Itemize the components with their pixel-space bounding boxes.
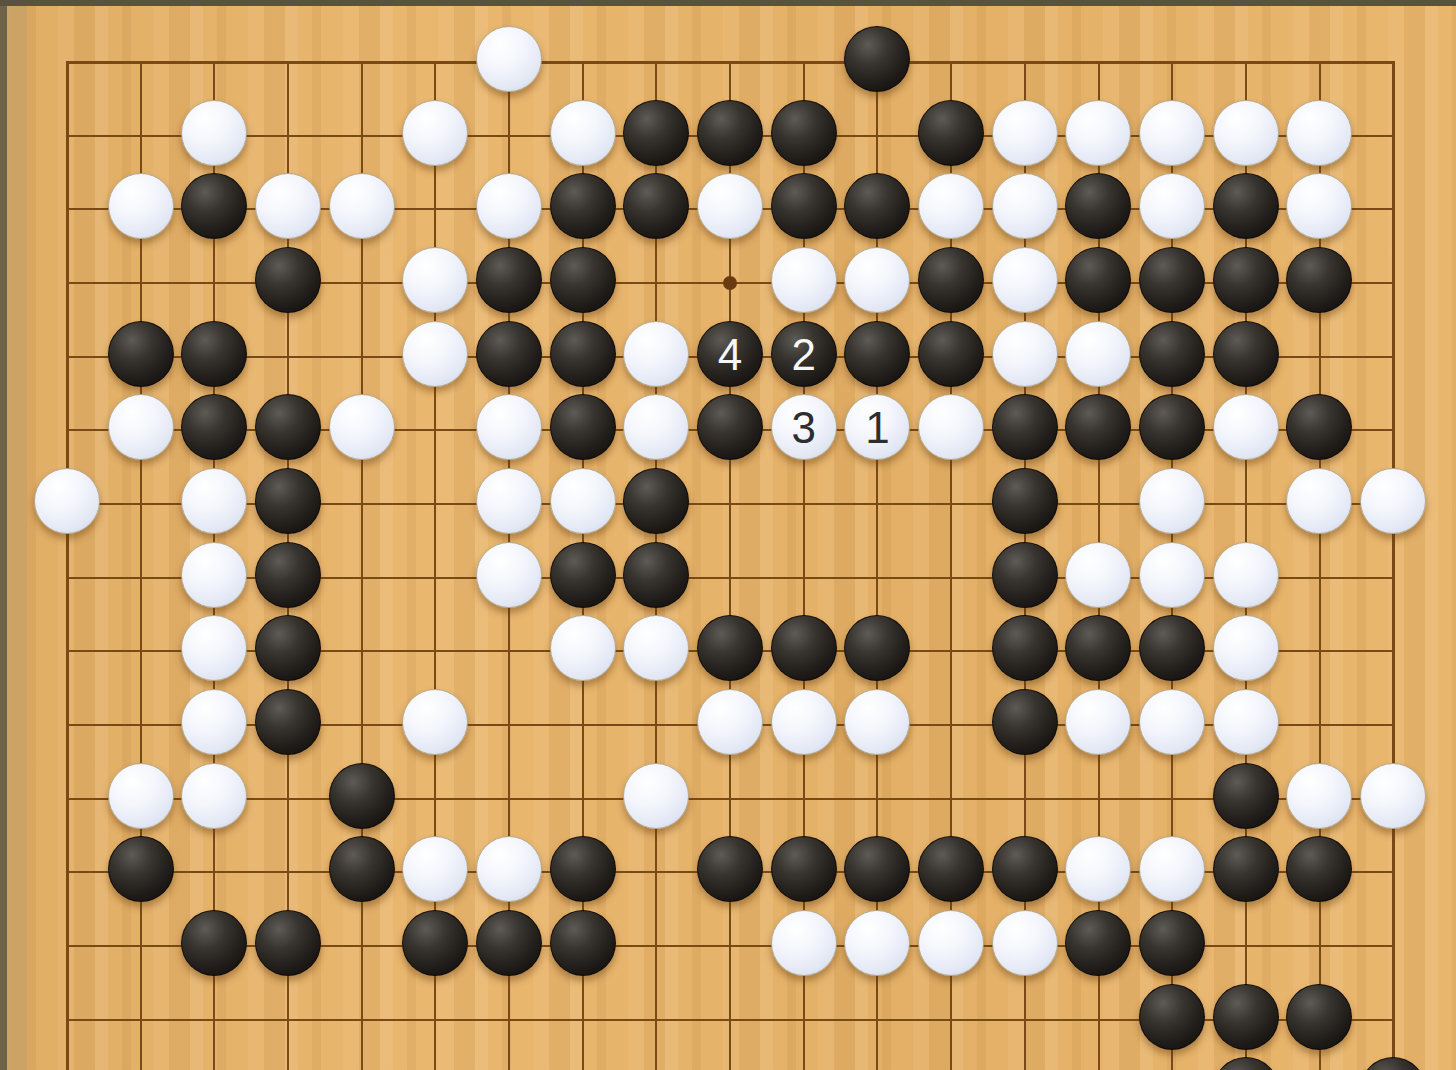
intersection-empty[interactable]: [988, 762, 1062, 836]
intersection-occupied[interactable]: 3: [767, 394, 841, 468]
intersection-empty[interactable]: [620, 688, 694, 762]
stone-white[interactable]: [1213, 100, 1279, 166]
intersection-occupied[interactable]: [767, 615, 841, 689]
intersection-empty[interactable]: [399, 25, 473, 99]
stone-white[interactable]: [1286, 763, 1352, 829]
intersection-empty[interactable]: [988, 983, 1062, 1057]
stone-white[interactable]: [476, 468, 542, 534]
stone-black[interactable]: [697, 836, 763, 902]
intersection-occupied[interactable]: [767, 246, 841, 320]
stone-white[interactable]: [1213, 615, 1279, 681]
intersection-occupied[interactable]: [178, 762, 252, 836]
intersection-occupied[interactable]: [178, 467, 252, 541]
intersection-empty[interactable]: [399, 983, 473, 1057]
stone-white[interactable]: [402, 836, 468, 902]
intersection-empty[interactable]: [620, 983, 694, 1057]
stone-black[interactable]: [108, 836, 174, 902]
stone-black[interactable]: [992, 468, 1058, 534]
intersection-empty[interactable]: [620, 25, 694, 99]
intersection-occupied[interactable]: [399, 836, 473, 910]
intersection-occupied[interactable]: [472, 320, 546, 394]
intersection-occupied[interactable]: [546, 320, 620, 394]
stone-black[interactable]: [844, 836, 910, 902]
stone-black[interactable]: [771, 100, 837, 166]
intersection-occupied[interactable]: [1062, 246, 1136, 320]
intersection-empty[interactable]: [841, 541, 915, 615]
intersection-occupied[interactable]: [1283, 246, 1357, 320]
intersection-occupied[interactable]: [1283, 836, 1357, 910]
stone-white[interactable]: [1065, 321, 1131, 387]
intersection-occupied[interactable]: [178, 173, 252, 247]
intersection-occupied[interactable]: [1209, 836, 1283, 910]
intersection-empty[interactable]: [399, 173, 473, 247]
stone-white[interactable]: [476, 173, 542, 239]
intersection-occupied[interactable]: [914, 836, 988, 910]
stone-black[interactable]: [1065, 615, 1131, 681]
stone-white[interactable]: [697, 173, 763, 239]
intersection-empty[interactable]: [767, 983, 841, 1057]
stone-black[interactable]: [992, 542, 1058, 608]
intersection-empty[interactable]: [767, 541, 841, 615]
stone-white[interactable]: [844, 247, 910, 313]
intersection-occupied[interactable]: [767, 173, 841, 247]
stone-white[interactable]: [918, 173, 984, 239]
intersection-empty[interactable]: [914, 25, 988, 99]
intersection-occupied[interactable]: [251, 688, 325, 762]
intersection-occupied[interactable]: [841, 615, 915, 689]
stone-black[interactable]: [697, 394, 763, 460]
intersection-empty[interactable]: [1062, 467, 1136, 541]
intersection-occupied[interactable]: [251, 394, 325, 468]
stone-black[interactable]: [992, 689, 1058, 755]
intersection-occupied[interactable]: [1135, 173, 1209, 247]
stone-black[interactable]: [550, 247, 616, 313]
intersection-occupied[interactable]: [1209, 688, 1283, 762]
intersection-occupied[interactable]: [620, 762, 694, 836]
intersection-occupied[interactable]: [1135, 688, 1209, 762]
stone-black[interactable]: [181, 321, 247, 387]
intersection-empty[interactable]: [914, 467, 988, 541]
intersection-empty[interactable]: [104, 1057, 178, 1070]
intersection-occupied[interactable]: [546, 173, 620, 247]
intersection-occupied[interactable]: [472, 246, 546, 320]
stone-white[interactable]: [623, 763, 689, 829]
intersection-occupied[interactable]: [251, 615, 325, 689]
intersection-empty[interactable]: [693, 541, 767, 615]
stone-white[interactable]: [844, 910, 910, 976]
intersection-empty[interactable]: [693, 246, 767, 320]
intersection-empty[interactable]: [546, 762, 620, 836]
stone-black[interactable]: [329, 836, 395, 902]
intersection-occupied[interactable]: [1356, 467, 1430, 541]
intersection-empty[interactable]: [914, 1057, 988, 1070]
intersection-occupied[interactable]: [30, 467, 104, 541]
stone-black[interactable]: [1065, 394, 1131, 460]
intersection-empty[interactable]: [693, 909, 767, 983]
intersection-empty[interactable]: [620, 246, 694, 320]
intersection-empty[interactable]: [841, 1057, 915, 1070]
intersection-empty[interactable]: [30, 983, 104, 1057]
intersection-occupied[interactable]: [251, 541, 325, 615]
intersection-occupied[interactable]: [1283, 99, 1357, 173]
intersection-occupied[interactable]: [914, 173, 988, 247]
stone-black[interactable]: [918, 100, 984, 166]
stone-black[interactable]: [697, 615, 763, 681]
intersection-occupied[interactable]: [841, 909, 915, 983]
intersection-occupied[interactable]: [620, 173, 694, 247]
intersection-empty[interactable]: [30, 173, 104, 247]
stone-white[interactable]: [402, 247, 468, 313]
intersection-empty[interactable]: [104, 25, 178, 99]
stone-black[interactable]: [255, 615, 321, 681]
stone-black[interactable]: [623, 542, 689, 608]
intersection-occupied[interactable]: [546, 615, 620, 689]
intersection-occupied[interactable]: [1135, 615, 1209, 689]
intersection-empty[interactable]: [1062, 25, 1136, 99]
stone-black[interactable]: [550, 542, 616, 608]
intersection-empty[interactable]: [251, 762, 325, 836]
intersection-empty[interactable]: [30, 541, 104, 615]
intersection-occupied[interactable]: [620, 615, 694, 689]
intersection-occupied[interactable]: [767, 688, 841, 762]
intersection-empty[interactable]: [1356, 99, 1430, 173]
intersection-occupied[interactable]: [841, 246, 915, 320]
stone-black[interactable]: [918, 321, 984, 387]
intersection-empty[interactable]: [30, 615, 104, 689]
stone-black[interactable]: [771, 173, 837, 239]
stone-black[interactable]: [476, 910, 542, 976]
stone-white[interactable]: [1286, 100, 1352, 166]
stone-white[interactable]: [402, 321, 468, 387]
intersection-occupied[interactable]: [1283, 762, 1357, 836]
intersection-occupied[interactable]: [325, 762, 399, 836]
intersection-empty[interactable]: [988, 25, 1062, 99]
intersection-empty[interactable]: [472, 688, 546, 762]
intersection-empty[interactable]: [1283, 688, 1357, 762]
intersection-empty[interactable]: [251, 320, 325, 394]
stone-white[interactable]: [1213, 394, 1279, 460]
intersection-empty[interactable]: [104, 99, 178, 173]
stone-black[interactable]: [844, 321, 910, 387]
intersection-occupied[interactable]: [841, 25, 915, 99]
stone-white[interactable]: [108, 394, 174, 460]
intersection-occupied[interactable]: [693, 688, 767, 762]
intersection-empty[interactable]: [251, 983, 325, 1057]
intersection-occupied[interactable]: [1283, 394, 1357, 468]
intersection-occupied[interactable]: [251, 467, 325, 541]
intersection-occupied[interactable]: [1135, 836, 1209, 910]
stone-black[interactable]: [1213, 173, 1279, 239]
intersection-occupied[interactable]: [693, 99, 767, 173]
intersection-occupied[interactable]: [1209, 762, 1283, 836]
intersection-empty[interactable]: [841, 983, 915, 1057]
stone-black[interactable]: [992, 394, 1058, 460]
intersection-occupied[interactable]: [1209, 983, 1283, 1057]
intersection-occupied[interactable]: [988, 541, 1062, 615]
stone-black[interactable]: [918, 247, 984, 313]
stone-black[interactable]: [1213, 247, 1279, 313]
intersection-empty[interactable]: [325, 246, 399, 320]
intersection-empty[interactable]: [1356, 246, 1430, 320]
intersection-empty[interactable]: [1356, 320, 1430, 394]
stone-black[interactable]: [476, 321, 542, 387]
stone-white[interactable]: [550, 615, 616, 681]
stone-white[interactable]: [1139, 173, 1205, 239]
intersection-empty[interactable]: [1283, 25, 1357, 99]
intersection-empty[interactable]: [325, 467, 399, 541]
intersection-occupied[interactable]: [178, 541, 252, 615]
intersection-empty[interactable]: [767, 762, 841, 836]
intersection-empty[interactable]: [1283, 1057, 1357, 1070]
intersection-occupied[interactable]: [988, 320, 1062, 394]
stone-black[interactable]: [1286, 247, 1352, 313]
intersection-empty[interactable]: [1283, 909, 1357, 983]
intersection-empty[interactable]: [1356, 688, 1430, 762]
intersection-empty[interactable]: [30, 836, 104, 910]
intersection-occupied[interactable]: [914, 394, 988, 468]
stone-black-move-2[interactable]: 2: [771, 321, 837, 387]
intersection-occupied[interactable]: [693, 173, 767, 247]
stone-white[interactable]: [992, 100, 1058, 166]
intersection-occupied[interactable]: [472, 394, 546, 468]
intersection-empty[interactable]: [30, 246, 104, 320]
stone-white[interactable]: [1213, 689, 1279, 755]
intersection-empty[interactable]: [1283, 615, 1357, 689]
intersection-empty[interactable]: [988, 1057, 1062, 1070]
intersection-occupied[interactable]: [1356, 762, 1430, 836]
intersection-empty[interactable]: [104, 688, 178, 762]
intersection-empty[interactable]: [178, 1057, 252, 1070]
intersection-occupied[interactable]: [472, 467, 546, 541]
intersection-occupied[interactable]: [546, 541, 620, 615]
intersection-occupied[interactable]: [178, 615, 252, 689]
stone-black[interactable]: [1139, 247, 1205, 313]
intersection-occupied[interactable]: [325, 836, 399, 910]
intersection-empty[interactable]: [251, 99, 325, 173]
intersection-occupied[interactable]: [325, 173, 399, 247]
stone-white[interactable]: [550, 468, 616, 534]
stone-black[interactable]: [476, 247, 542, 313]
stone-white[interactable]: [1065, 836, 1131, 902]
intersection-empty[interactable]: [1356, 173, 1430, 247]
intersection-empty[interactable]: [693, 983, 767, 1057]
stone-white[interactable]: [108, 173, 174, 239]
intersection-empty[interactable]: [1356, 909, 1430, 983]
stone-black[interactable]: [1139, 394, 1205, 460]
intersection-empty[interactable]: [399, 615, 473, 689]
intersection-occupied[interactable]: [399, 99, 473, 173]
intersection-empty[interactable]: [693, 1057, 767, 1070]
intersection-occupied[interactable]: [1209, 320, 1283, 394]
intersection-empty[interactable]: [30, 99, 104, 173]
stone-white[interactable]: [623, 615, 689, 681]
intersection-occupied[interactable]: [988, 615, 1062, 689]
stone-white[interactable]: [1065, 100, 1131, 166]
intersection-occupied[interactable]: [472, 836, 546, 910]
intersection-empty[interactable]: [546, 983, 620, 1057]
intersection-occupied[interactable]: [1135, 99, 1209, 173]
intersection-occupied[interactable]: [620, 99, 694, 173]
intersection-occupied[interactable]: [693, 615, 767, 689]
stone-white[interactable]: [476, 836, 542, 902]
intersection-occupied[interactable]: [988, 909, 1062, 983]
intersection-empty[interactable]: [1356, 541, 1430, 615]
stone-black[interactable]: [255, 910, 321, 976]
intersection-empty[interactable]: [30, 1057, 104, 1070]
intersection-occupied[interactable]: [914, 320, 988, 394]
intersection-empty[interactable]: [546, 1057, 620, 1070]
intersection-empty[interactable]: [104, 246, 178, 320]
stone-white[interactable]: [1139, 836, 1205, 902]
intersection-occupied[interactable]: [1209, 394, 1283, 468]
intersection-occupied[interactable]: [1209, 1057, 1283, 1070]
intersection-occupied[interactable]: 2: [767, 320, 841, 394]
stone-black[interactable]: [771, 615, 837, 681]
intersection-empty[interactable]: [104, 909, 178, 983]
stone-white[interactable]: [623, 321, 689, 387]
intersection-occupied[interactable]: [1135, 983, 1209, 1057]
intersection-empty[interactable]: [914, 541, 988, 615]
intersection-occupied[interactable]: [988, 99, 1062, 173]
intersection-occupied[interactable]: [988, 467, 1062, 541]
stone-black[interactable]: [181, 910, 247, 976]
stone-white[interactable]: [1139, 100, 1205, 166]
stone-white[interactable]: [550, 100, 616, 166]
stone-white[interactable]: [181, 468, 247, 534]
stone-white[interactable]: [1360, 468, 1426, 534]
intersection-empty[interactable]: [546, 25, 620, 99]
stone-black[interactable]: [255, 689, 321, 755]
stone-white[interactable]: [844, 689, 910, 755]
intersection-empty[interactable]: [472, 1057, 546, 1070]
intersection-occupied[interactable]: [1356, 1057, 1430, 1070]
intersection-empty[interactable]: [325, 983, 399, 1057]
intersection-empty[interactable]: [399, 467, 473, 541]
intersection-occupied[interactable]: [988, 836, 1062, 910]
intersection-empty[interactable]: [620, 909, 694, 983]
intersection-empty[interactable]: [325, 615, 399, 689]
intersection-empty[interactable]: [841, 467, 915, 541]
stone-black[interactable]: [1139, 910, 1205, 976]
intersection-occupied[interactable]: [546, 394, 620, 468]
stone-white[interactable]: [992, 910, 1058, 976]
intersection-empty[interactable]: [1062, 983, 1136, 1057]
stone-black[interactable]: [1213, 836, 1279, 902]
stone-black[interactable]: [623, 468, 689, 534]
intersection-empty[interactable]: [178, 836, 252, 910]
intersection-empty[interactable]: [104, 983, 178, 1057]
stone-black[interactable]: [1139, 321, 1205, 387]
intersection-empty[interactable]: [1283, 320, 1357, 394]
intersection-empty[interactable]: [178, 246, 252, 320]
stone-black[interactable]: [697, 100, 763, 166]
intersection-empty[interactable]: [325, 25, 399, 99]
intersection-occupied[interactable]: [1062, 173, 1136, 247]
intersection-empty[interactable]: [399, 541, 473, 615]
stone-black[interactable]: [1065, 173, 1131, 239]
stone-black[interactable]: [550, 173, 616, 239]
intersection-occupied[interactable]: [988, 394, 1062, 468]
intersection-empty[interactable]: [325, 1057, 399, 1070]
intersection-occupied[interactable]: [1135, 394, 1209, 468]
stone-black[interactable]: [255, 394, 321, 460]
stone-black[interactable]: [992, 615, 1058, 681]
intersection-occupied[interactable]: [1062, 541, 1136, 615]
intersection-empty[interactable]: [1356, 25, 1430, 99]
intersection-empty[interactable]: [104, 467, 178, 541]
intersection-empty[interactable]: [1135, 1057, 1209, 1070]
stone-white[interactable]: [476, 394, 542, 460]
stone-black[interactable]: [108, 321, 174, 387]
stone-white[interactable]: [1360, 763, 1426, 829]
intersection-occupied[interactable]: [767, 836, 841, 910]
intersection-occupied[interactable]: [472, 541, 546, 615]
intersection-occupied[interactable]: [399, 320, 473, 394]
intersection-empty[interactable]: [767, 25, 841, 99]
stone-white[interactable]: [329, 394, 395, 460]
stone-black-move-4[interactable]: 4: [697, 321, 763, 387]
stone-black[interactable]: [550, 910, 616, 976]
intersection-empty[interactable]: [399, 762, 473, 836]
stone-white[interactable]: [181, 615, 247, 681]
intersection-occupied[interactable]: [620, 320, 694, 394]
intersection-occupied[interactable]: [399, 246, 473, 320]
intersection-empty[interactable]: [30, 394, 104, 468]
stone-black[interactable]: [1286, 836, 1352, 902]
intersection-empty[interactable]: [914, 615, 988, 689]
intersection-empty[interactable]: [472, 983, 546, 1057]
stone-white[interactable]: [181, 689, 247, 755]
intersection-empty[interactable]: [914, 762, 988, 836]
stone-black[interactable]: [550, 321, 616, 387]
intersection-empty[interactable]: [1135, 25, 1209, 99]
intersection-empty[interactable]: [1356, 836, 1430, 910]
stone-white[interactable]: [992, 321, 1058, 387]
intersection-empty[interactable]: [1209, 467, 1283, 541]
intersection-occupied[interactable]: [1062, 909, 1136, 983]
stone-white[interactable]: [918, 394, 984, 460]
intersection-empty[interactable]: [1062, 762, 1136, 836]
intersection-occupied[interactable]: [1062, 320, 1136, 394]
intersection-empty[interactable]: [30, 25, 104, 99]
intersection-empty[interactable]: [251, 836, 325, 910]
intersection-occupied[interactable]: [472, 25, 546, 99]
stone-black[interactable]: [255, 247, 321, 313]
stone-black[interactable]: [1213, 763, 1279, 829]
stone-white[interactable]: [992, 173, 1058, 239]
stone-white[interactable]: [329, 173, 395, 239]
intersection-empty[interactable]: [325, 909, 399, 983]
intersection-occupied[interactable]: [1135, 246, 1209, 320]
stone-black[interactable]: [1213, 984, 1279, 1050]
intersection-empty[interactable]: [472, 99, 546, 173]
stone-white-move-3[interactable]: 3: [771, 394, 837, 460]
intersection-occupied[interactable]: [1135, 320, 1209, 394]
stone-black[interactable]: [255, 468, 321, 534]
stone-black[interactable]: [329, 763, 395, 829]
intersection-empty[interactable]: [1283, 541, 1357, 615]
stone-black[interactable]: [844, 26, 910, 92]
intersection-occupied[interactable]: [1209, 615, 1283, 689]
intersection-occupied[interactable]: [693, 836, 767, 910]
stone-black[interactable]: [402, 910, 468, 976]
intersection-occupied[interactable]: 1: [841, 394, 915, 468]
stone-black[interactable]: [623, 173, 689, 239]
stone-white[interactable]: [181, 542, 247, 608]
intersection-empty[interactable]: [914, 983, 988, 1057]
stone-black[interactable]: [181, 173, 247, 239]
intersection-empty[interactable]: [1135, 762, 1209, 836]
